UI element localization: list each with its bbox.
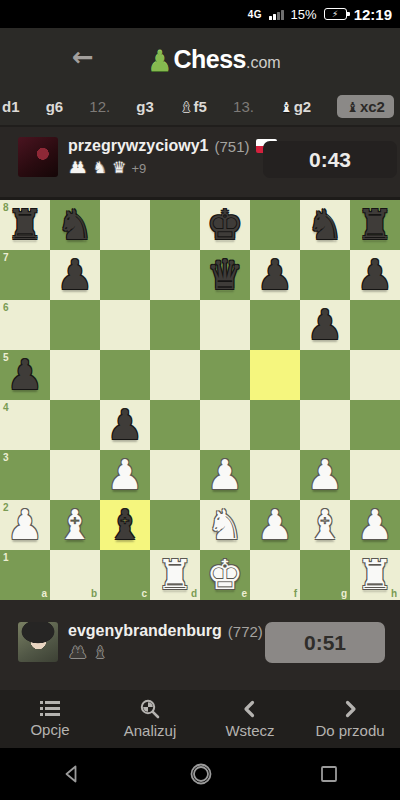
rank-label-1: 1 xyxy=(3,552,9,563)
square-c6[interactable] xyxy=(100,300,150,350)
rank-label-3: 3 xyxy=(3,452,9,463)
signal-strength-icon xyxy=(269,9,284,20)
android-nav-bar xyxy=(0,748,400,800)
white-knight-piece: ♞ xyxy=(207,501,244,549)
rank-label-6: 6 xyxy=(3,302,9,313)
rank-label-5: 5 xyxy=(3,352,9,363)
square-c8[interactable] xyxy=(100,200,150,250)
white-pawn-piece: ♟ xyxy=(307,451,344,499)
square-e4[interactable] xyxy=(200,400,250,450)
bottom-player-avatar[interactable] xyxy=(18,622,58,662)
square-e8[interactable]: ♚ xyxy=(200,200,250,250)
black-rook-piece: ♜ xyxy=(357,201,394,249)
square-a3[interactable]: 3 xyxy=(0,450,50,500)
white-rook-piece: ♜ xyxy=(357,551,394,599)
network-type-label: 4G xyxy=(248,9,262,20)
square-a1[interactable]: 1a xyxy=(0,550,50,600)
file-label-f: f xyxy=(294,588,297,599)
move-item[interactable]: g3 xyxy=(136,98,154,115)
black-pawn-piece: ♟ xyxy=(257,251,294,299)
top-player-name: przegrywzyciowy1 xyxy=(68,137,209,155)
square-f1[interactable]: f xyxy=(250,550,300,600)
back-move-label: Wstecz xyxy=(225,722,274,739)
rank-label-8: 8 xyxy=(3,202,9,213)
move-item[interactable]: d1 xyxy=(2,98,20,115)
white-pawn-piece: ♟ xyxy=(357,501,394,549)
square-b1[interactable]: b xyxy=(50,550,100,600)
square-a5[interactable]: 5♟ xyxy=(0,350,50,400)
square-h1[interactable]: h♜ xyxy=(350,550,400,600)
white-pawn-piece: ♟ xyxy=(207,451,244,499)
black-queen-piece: ♛ xyxy=(207,251,244,299)
chevron-right-icon xyxy=(340,699,360,719)
white-bishop-piece: ♝ xyxy=(307,501,344,549)
analysis-magnifier-icon xyxy=(140,699,160,719)
square-d6[interactable] xyxy=(150,300,200,350)
back-arrow-icon[interactable]: ← xyxy=(72,42,94,72)
square-d5[interactable] xyxy=(150,350,200,400)
bottom-player-info[interactable]: evgenybrandenburg (772) ★ ♟♟ ♝ xyxy=(68,622,290,690)
game-toolbar: Opcje Analizuj Wstecz Do przodu xyxy=(0,690,400,748)
black-bishop-piece: ♝ xyxy=(107,501,144,549)
square-b8[interactable]: ♞ xyxy=(50,200,100,250)
square-h7[interactable]: ♟ xyxy=(350,250,400,300)
bottom-player-captured-pieces: ♟♟ ♝ xyxy=(68,644,290,662)
square-e3[interactable]: ♟ xyxy=(200,450,250,500)
chesscom-logo: ♟Chess.com xyxy=(119,42,280,75)
square-f2[interactable]: ♟ xyxy=(250,500,300,550)
file-label-h: h xyxy=(391,588,397,599)
options-list-icon xyxy=(39,700,61,718)
square-a7[interactable]: 7 xyxy=(0,250,50,300)
square-e2[interactable]: ♞ xyxy=(200,500,250,550)
square-a6[interactable]: 6 xyxy=(0,300,50,350)
captured-white-knight-icon: ♞ xyxy=(93,159,107,177)
black-pawn-piece: ♟ xyxy=(7,351,44,399)
android-recents-icon[interactable] xyxy=(318,763,340,785)
white-pawn-piece: ♟ xyxy=(257,501,294,549)
black-rook-piece: ♜ xyxy=(7,201,44,249)
top-player-captured-pieces: ♟♟ ♞ ♛ +9 xyxy=(68,159,277,177)
white-king-piece: ♚ xyxy=(207,551,244,599)
square-d7[interactable] xyxy=(150,250,200,300)
square-f8[interactable] xyxy=(250,200,300,250)
move-number: 13. xyxy=(233,98,254,115)
square-g2[interactable]: ♝ xyxy=(300,500,350,550)
black-knight-piece: ♞ xyxy=(57,201,94,249)
black-king-piece: ♚ xyxy=(207,201,244,249)
rank-label-2: 2 xyxy=(3,502,9,513)
logo-text: Chess xyxy=(173,45,246,74)
square-e1[interactable]: e♚ xyxy=(200,550,250,600)
lightning-icon: ⚡ xyxy=(332,10,338,19)
square-g4[interactable] xyxy=(300,400,350,450)
square-c7[interactable] xyxy=(100,250,150,300)
white-bishop-icon: ♝ xyxy=(280,99,293,115)
material-advantage: +9 xyxy=(131,161,146,176)
forward-move-button[interactable]: Do przodu xyxy=(300,690,400,748)
bottom-player-name: evgenybrandenburg xyxy=(68,622,222,640)
square-h6[interactable] xyxy=(350,300,400,350)
top-player-avatar[interactable] xyxy=(18,137,58,177)
square-d8[interactable] xyxy=(150,200,200,250)
bottom-player-rating: (772) xyxy=(228,623,263,640)
black-pawn-piece: ♟ xyxy=(107,401,144,449)
square-b2[interactable]: ♝ xyxy=(50,500,100,550)
square-c1[interactable]: c xyxy=(100,550,150,600)
move-item[interactable]: ♝g2 xyxy=(280,98,311,115)
file-label-b: b xyxy=(91,588,97,599)
chevron-left-icon xyxy=(240,699,260,719)
white-bishop-piece: ♝ xyxy=(57,501,94,549)
black-bishop-icon: ♝ xyxy=(346,99,359,115)
captured-black-pawns-icon: ♟♟ xyxy=(68,644,88,662)
black-pawn-piece: ♟ xyxy=(57,251,94,299)
square-a2[interactable]: 2♟ xyxy=(0,500,50,550)
move-item[interactable]: ♝f5 xyxy=(180,98,207,115)
square-d3[interactable] xyxy=(150,450,200,500)
square-c5[interactable] xyxy=(100,350,150,400)
square-f3[interactable] xyxy=(250,450,300,500)
square-a8[interactable]: 8♜ xyxy=(0,200,50,250)
black-pawn-piece: ♟ xyxy=(307,301,344,349)
analyze-label: Analizuj xyxy=(124,722,177,739)
square-f5[interactable] xyxy=(250,350,300,400)
android-back-icon[interactable] xyxy=(60,762,84,786)
square-c3[interactable]: ♟ xyxy=(100,450,150,500)
top-player-info[interactable]: przegrywzyciowy1 (751) ♟♟ ♞ ♛ +9 xyxy=(68,137,277,197)
captured-white-pawns-icon: ♟♟ xyxy=(68,159,88,177)
black-pawn-piece: ♟ xyxy=(357,251,394,299)
square-g1[interactable]: g xyxy=(300,550,350,600)
file-label-c: c xyxy=(141,588,147,599)
square-h2[interactable]: ♟ xyxy=(350,500,400,550)
square-b4[interactable] xyxy=(50,400,100,450)
square-a4[interactable]: 4 xyxy=(0,400,50,450)
square-d4[interactable] xyxy=(150,400,200,450)
forward-move-label: Do przodu xyxy=(315,722,384,739)
square-g8[interactable]: ♞ xyxy=(300,200,350,250)
square-b3[interactable] xyxy=(50,450,100,500)
move-number: 12. xyxy=(89,98,110,115)
square-c2[interactable]: ♝ xyxy=(100,500,150,550)
square-h8[interactable]: ♜ xyxy=(350,200,400,250)
analyze-button[interactable]: Analizuj xyxy=(100,690,200,748)
square-g7[interactable] xyxy=(300,250,350,300)
android-home-icon[interactable] xyxy=(188,761,214,787)
square-e5[interactable] xyxy=(200,350,250,400)
black-bishop-icon: ♝ xyxy=(180,99,193,115)
options-label: Opcje xyxy=(30,721,69,738)
square-f7[interactable]: ♟ xyxy=(250,250,300,300)
back-move-button[interactable]: Wstecz xyxy=(200,690,300,748)
white-pawn-piece: ♟ xyxy=(7,501,44,549)
file-label-e: e xyxy=(241,588,247,599)
white-rook-piece: ♜ xyxy=(157,551,194,599)
white-pawn-piece: ♟ xyxy=(107,451,144,499)
app-header: ← ♟Chess.com xyxy=(0,28,400,88)
logo-tld: .com xyxy=(246,54,281,72)
file-label-g: g xyxy=(341,588,347,599)
top-player-rating: (751) xyxy=(215,138,250,155)
square-b7[interactable]: ♟ xyxy=(50,250,100,300)
square-h3[interactable] xyxy=(350,450,400,500)
status-bar: 4G 15% ⚡ 12:19 xyxy=(0,0,400,28)
file-label-d: d xyxy=(191,588,197,599)
options-button[interactable]: Opcje xyxy=(0,690,100,748)
move-list-bar: d1 g6 12. g3 ♝f5 13. ♝g2 ♝xc2 xyxy=(0,88,400,125)
bottom-player-clock: 0:51 xyxy=(265,622,385,663)
square-h4[interactable] xyxy=(350,400,400,450)
square-g3[interactable]: ♟ xyxy=(300,450,350,500)
chess-board: 8♜♞♚♞♜7♟♛♟♟6♟5♟4♟3♟♟♟2♟♝♝♞♟♝♟1abcd♜e♚fgh… xyxy=(0,200,400,600)
top-player-clock: 0:43 xyxy=(263,141,397,178)
captured-white-queen-icon: ♛ xyxy=(112,159,126,177)
move-item[interactable]: g6 xyxy=(46,98,64,115)
square-g5[interactable] xyxy=(300,350,350,400)
square-g6[interactable]: ♟ xyxy=(300,300,350,350)
bottom-player-panel: evgenybrandenburg (772) ★ ♟♟ ♝ 0:51 xyxy=(0,600,400,690)
captured-black-bishop-icon: ♝ xyxy=(93,644,107,662)
square-e7[interactable]: ♛ xyxy=(200,250,250,300)
square-f6[interactable] xyxy=(250,300,300,350)
square-d1[interactable]: d♜ xyxy=(150,550,200,600)
battery-percent: 15% xyxy=(291,7,317,22)
top-player-panel: przegrywzyciowy1 (751) ♟♟ ♞ ♛ +9 0:43 xyxy=(0,125,400,200)
square-b5[interactable] xyxy=(50,350,100,400)
square-c4[interactable]: ♟ xyxy=(100,400,150,450)
black-knight-piece: ♞ xyxy=(307,201,344,249)
square-h5[interactable] xyxy=(350,350,400,400)
system-time: 12:19 xyxy=(354,6,392,23)
square-b6[interactable] xyxy=(50,300,100,350)
current-move-item[interactable]: ♝xc2 xyxy=(337,95,394,118)
rank-label-7: 7 xyxy=(3,252,9,263)
square-d2[interactable] xyxy=(150,500,200,550)
square-f4[interactable] xyxy=(250,400,300,450)
green-pawn-logo-icon: ♟ xyxy=(147,45,172,78)
file-label-a: a xyxy=(41,588,47,599)
battery-charging-icon: ⚡ xyxy=(324,8,347,20)
square-e6[interactable] xyxy=(200,300,250,350)
rank-label-4: 4 xyxy=(3,402,9,413)
